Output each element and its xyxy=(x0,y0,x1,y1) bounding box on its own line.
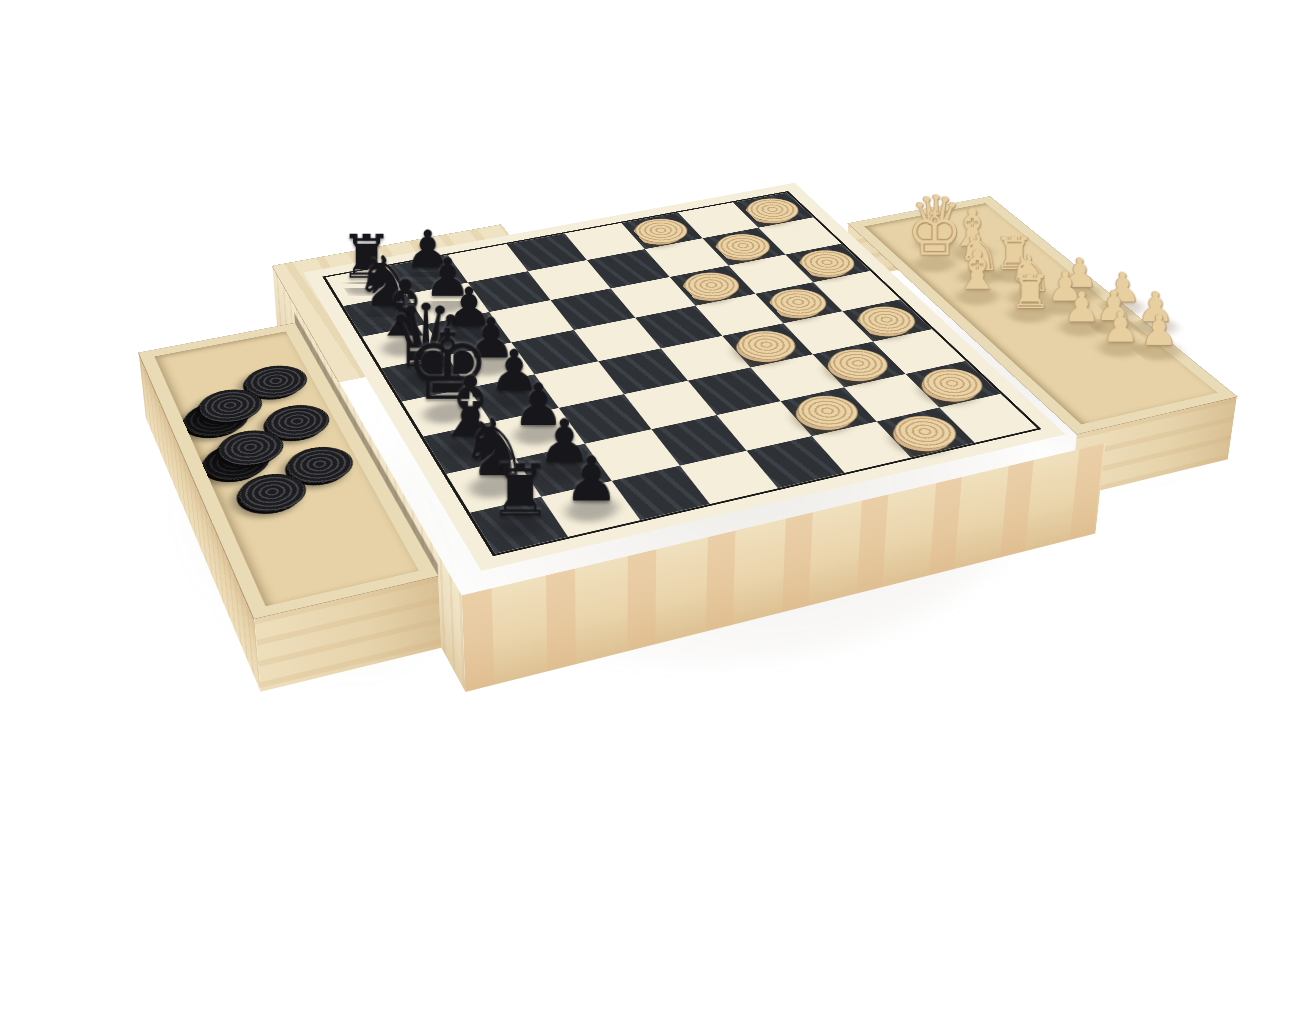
wood-draughts-disc xyxy=(912,364,993,404)
chess-piece-icon: ♜ xyxy=(439,455,601,527)
wood-draughts-disc xyxy=(729,327,805,364)
wood-draughts-disc xyxy=(788,391,869,432)
game-box: ♛♝♚♞♜♝♞♟♜♟♟♟♟♟♟♟ ♜♟♞♟♝♟♛♟♚♟♝♟♞♟♜♟ xyxy=(279,247,1096,692)
product-photo: ♛♝♚♞♜♝♞♟♜♟♟♟♟♟♟♟ ♜♟♞♟♝♟♛♟♚♟♝♟♞♟♜♟ xyxy=(0,0,1308,1026)
wood-draughts-disc xyxy=(628,215,696,246)
wood-draughts-disc xyxy=(761,285,835,320)
wood-draughts-disc xyxy=(884,411,967,453)
wood-draughts-disc xyxy=(676,268,748,302)
chess-piece-icon: ♟ xyxy=(1089,310,1229,352)
photo-scene: ♛♝♚♞♜♝♞♟♜♟♟♟♟♟♟♟ ♜♟♞♟♝♟♛♟♚♟♝♟♞♟♜♟ xyxy=(0,0,1308,1026)
